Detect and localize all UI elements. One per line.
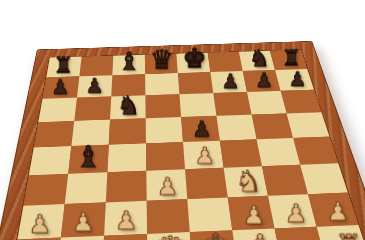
square-g5[interactable] [251,113,292,139]
white-bishop-f1[interactable]: ♝ [244,231,274,240]
square-c6[interactable]: ♞ [110,95,146,119]
black-knight-g8[interactable]: ♞ [248,46,269,70]
photo-canvas: ♜♝♛♚♞♜♟♟♟♟♟♞♟♝♟♟♞♟♟♟♟♟♟♜♞♛♚♝♜ [0,0,365,240]
square-a5[interactable] [33,121,73,148]
square-a8[interactable]: ♜ [46,57,81,78]
black-pawn-g7[interactable]: ♟ [254,71,272,91]
square-f2[interactable]: ♟ [227,196,274,230]
square-c5[interactable] [108,118,145,144]
square-c1[interactable] [102,234,147,240]
square-g7[interactable]: ♟ [242,70,280,92]
scene: ♜♝♛♚♞♜♟♟♟♟♟♞♟♝♟♟♞♟♟♟♟♟♟♜♞♛♚♝♜ [0,0,365,240]
square-f6[interactable] [213,92,251,116]
square-g6[interactable] [247,91,287,115]
square-c4[interactable] [107,143,146,172]
white-pawn-e4[interactable]: ♟ [193,145,214,168]
square-h1[interactable]: ♜ [316,225,365,240]
square-h5[interactable] [286,112,329,138]
white-pawn-f2[interactable]: ♟ [241,203,264,228]
square-b8[interactable] [79,56,113,77]
white-pawn-h2[interactable]: ♟ [325,200,348,225]
black-pawn-h7[interactable]: ♟ [288,70,306,90]
white-pawn-a2[interactable]: ♟ [27,212,50,238]
square-d7[interactable] [145,73,179,95]
square-f1[interactable]: ♝ [232,228,282,240]
square-a6[interactable] [38,98,77,122]
white-queen-d1[interactable]: ♛ [153,232,186,240]
white-pawn-b2[interactable]: ♟ [71,210,94,236]
square-b4[interactable]: ♝ [68,145,109,174]
square-f7[interactable]: ♟ [210,71,247,93]
square-e8[interactable]: ♚ [176,53,210,73]
black-queen-d8[interactable]: ♛ [149,47,173,73]
black-pawn-b7[interactable]: ♟ [85,76,103,96]
black-pawn-f7[interactable]: ♟ [221,72,239,92]
black-bishop-c8[interactable]: ♝ [117,49,139,74]
square-d3[interactable]: ♟ [146,169,187,201]
square-b1[interactable]: ♞ [56,236,104,240]
chessboard: ♜♝♛♚♞♜♟♟♟♟♟♞♟♝♟♟♞♟♟♟♟♟♟♜♞♛♚♝♜ [10,50,365,240]
square-f3[interactable]: ♞ [223,166,267,197]
square-e1[interactable]: ♚ [189,230,237,240]
square-b7[interactable]: ♟ [76,75,111,97]
square-b2[interactable]: ♟ [60,202,105,237]
square-c3[interactable] [105,171,146,203]
square-h7[interactable]: ♟ [275,69,314,91]
square-d5[interactable] [145,117,182,143]
square-g4[interactable] [256,138,300,166]
square-a3[interactable] [23,174,68,206]
white-rook-h1[interactable]: ♜ [334,231,361,240]
square-e4[interactable]: ♟ [183,141,224,170]
square-h3[interactable] [300,163,348,194]
square-d6[interactable] [145,94,181,118]
white-pawn-c2[interactable]: ♟ [114,208,137,233]
square-h2[interactable]: ♟ [307,193,357,227]
square-b3[interactable] [64,172,107,204]
square-c8[interactable]: ♝ [112,55,145,76]
square-h4[interactable] [293,137,338,165]
square-f5[interactable] [216,115,256,141]
square-d1[interactable]: ♛ [146,232,191,240]
square-d4[interactable] [145,142,184,171]
white-knight-f3[interactable]: ♞ [234,166,260,195]
black-knight-c6[interactable]: ♞ [116,92,139,118]
square-a4[interactable] [28,146,71,175]
square-e3[interactable] [185,168,228,199]
square-d8[interactable]: ♛ [144,54,177,75]
square-e5[interactable]: ♟ [181,116,220,142]
white-pawn-d3[interactable]: ♟ [156,175,178,199]
square-h6[interactable] [280,90,321,114]
white-pawn-g2[interactable]: ♟ [284,201,307,226]
black-rook-a8[interactable]: ♜ [53,54,73,76]
square-g2[interactable]: ♟ [267,194,316,228]
black-pawn-e5[interactable]: ♟ [191,119,211,141]
white-king-e1[interactable]: ♚ [197,229,231,240]
black-pawn-a7[interactable]: ♟ [50,77,68,97]
board-frame: ♜♝♛♚♞♜♟♟♟♟♟♞♟♝♟♟♞♟♟♟♟♟♟♜♞♛♚♝♜ [0,41,365,240]
square-c2[interactable]: ♟ [103,201,146,236]
black-rook-h8[interactable]: ♜ [281,47,301,69]
square-a7[interactable]: ♟ [42,76,79,99]
square-b6[interactable] [74,97,111,121]
black-bishop-b4[interactable]: ♝ [74,143,100,172]
black-king-e8[interactable]: ♚ [181,45,205,72]
square-e7[interactable] [177,72,212,94]
square-a2[interactable]: ♟ [17,204,64,239]
square-e6[interactable] [179,93,216,117]
